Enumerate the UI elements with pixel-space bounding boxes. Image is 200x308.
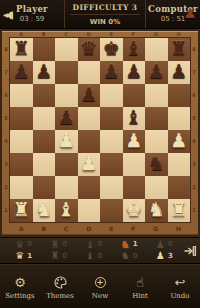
undo-button[interactable]: ↩ Undo: [160, 265, 200, 308]
square-g5[interactable]: [145, 107, 168, 130]
settings-button[interactable]: ⚙ Settings: [0, 265, 40, 308]
coord-label: 8: [192, 47, 195, 52]
piece-black-knight[interactable]: ♞: [145, 150, 168, 177]
pawn-icon: ♟: [156, 251, 165, 261]
square-h1[interactable]: ♜: [168, 199, 191, 222]
coord-label: 5: [192, 116, 195, 121]
captured-count: 0: [133, 253, 138, 260]
captured-count: 1: [27, 253, 32, 260]
coord-label: F: [131, 226, 135, 232]
undo-arrow-icon: ↩: [175, 275, 186, 290]
captured-slot-queen: ♛0: [6, 240, 41, 250]
square-b7[interactable]: ♟: [33, 61, 56, 84]
difficulty-label: DIFFICULTY 3: [73, 3, 138, 12]
piece-black-pawn[interactable]: ♟: [10, 58, 33, 85]
piece-black-pawn[interactable]: ♟: [33, 58, 56, 85]
coord-label: C: [64, 226, 68, 232]
square-a1[interactable]: ♜: [10, 199, 33, 222]
coord-label: 8: [4, 47, 7, 52]
square-g3[interactable]: ♞: [145, 153, 168, 176]
square-a6[interactable]: [10, 84, 33, 107]
captured-count: 3: [168, 253, 173, 260]
queen-icon: ♛: [15, 240, 24, 250]
square-c4[interactable]: ♟: [55, 130, 78, 153]
knight-icon: ♞: [121, 240, 130, 250]
gear-icon: ⚙: [14, 275, 26, 290]
captured-black-row: ♛0♜0♝0♞1♟0: [6, 239, 182, 250]
square-e6[interactable]: [100, 84, 123, 107]
square-h3[interactable]: [168, 153, 191, 176]
coord-label: E: [109, 226, 113, 232]
coord-label: 6: [192, 93, 195, 98]
captured-slot-rook: ♜0: [41, 240, 76, 250]
square-b5[interactable]: [33, 107, 56, 130]
piece-white-knight[interactable]: ♞: [145, 196, 168, 223]
captured-slot-pawn: ♟3: [147, 251, 182, 261]
square-e7[interactable]: ♟: [100, 61, 123, 84]
square-e3[interactable]: [100, 153, 123, 176]
square-b4[interactable]: [33, 130, 56, 153]
chess-board-frame: ABCDEFGH 87654321 87654321 ABCDEFGH ♜♛♚♝…: [0, 29, 200, 237]
square-c8[interactable]: [55, 38, 78, 61]
square-a4[interactable]: [10, 130, 33, 153]
new-game-icon: +: [95, 275, 106, 290]
square-e5[interactable]: [100, 107, 123, 130]
hint-label: Hint: [132, 293, 148, 300]
themes-label: Themes: [46, 293, 74, 300]
coord-label: 1: [192, 208, 195, 213]
coord-label: G: [153, 226, 158, 232]
square-h7[interactable]: ♟: [168, 61, 191, 84]
coord-label: A: [19, 226, 24, 232]
piece-black-pawn[interactable]: ♟: [100, 58, 123, 85]
square-h6[interactable]: [168, 84, 191, 107]
square-b6[interactable]: [33, 84, 56, 107]
piece-white-king[interactable]: ♚: [123, 196, 146, 223]
square-b3[interactable]: [33, 153, 56, 176]
standing-pawn-icon: ♟: [184, 7, 196, 20]
square-f4[interactable]: ♟: [123, 130, 146, 153]
coord-label: 2: [4, 185, 7, 190]
square-e1[interactable]: [100, 199, 123, 222]
captured-count: 0: [168, 241, 173, 248]
rank-labels-right: 87654321: [190, 38, 198, 222]
square-f3[interactable]: [123, 153, 146, 176]
pawn-icon: ♟: [156, 240, 165, 250]
captured-white-row: ♛1♜0♝0♞0♟3: [6, 251, 182, 262]
square-d3[interactable]: ♟: [78, 153, 101, 176]
square-a5[interactable]: [10, 107, 33, 130]
square-h4[interactable]: ♟: [168, 130, 191, 153]
computer-section: Computer 05 : 51 ♟: [146, 0, 200, 28]
settings-label: Settings: [5, 293, 34, 300]
bishop-icon: ♝: [86, 240, 95, 250]
captured-slot-rook: ♜0: [41, 251, 76, 261]
square-a7[interactable]: ♟: [10, 61, 33, 84]
coord-label: 7: [192, 70, 195, 75]
coord-label: 3: [192, 162, 195, 167]
captured-count: 0: [62, 253, 67, 260]
coord-label: 2: [192, 185, 195, 190]
captured-pieces-tray: ♛0♜0♝0♞1♟0 ♛1♜0♝0♞0♟3: [0, 237, 200, 264]
new-game-button[interactable]: + New: [80, 265, 120, 308]
coord-label: B: [41, 226, 46, 232]
coord-label: C: [64, 32, 68, 37]
divider: [70, 14, 140, 15]
piece-white-pawn[interactable]: ♟: [78, 150, 101, 177]
square-g1[interactable]: ♞: [145, 199, 168, 222]
rank-labels-left: 87654321: [2, 38, 10, 222]
square-c7[interactable]: [55, 61, 78, 84]
palette-icon: [54, 275, 67, 290]
captured-slot-bishop: ♝0: [76, 251, 111, 261]
difficulty-section: DIFFICULTY 3 WIN 0%: [64, 0, 146, 28]
square-c3[interactable]: [55, 153, 78, 176]
captured-count: 0: [27, 241, 32, 248]
piece-white-pawn[interactable]: ♟: [55, 127, 78, 154]
undo-label: Undo: [170, 293, 189, 300]
hint-hand-icon: ☝: [136, 275, 144, 290]
file-labels-bottom: ABCDEFGH: [10, 222, 190, 235]
player-label: Player: [16, 5, 48, 14]
piece-black-pawn[interactable]: ♟: [145, 58, 168, 85]
square-g6[interactable]: [145, 84, 168, 107]
coord-label: 1: [4, 208, 7, 213]
square-d6[interactable]: ♟: [78, 84, 101, 107]
coord-label: G: [154, 32, 158, 37]
captured-count: 0: [62, 241, 67, 248]
square-f1[interactable]: ♚: [123, 199, 146, 222]
queen-icon: ♛: [15, 251, 24, 261]
square-g7[interactable]: ♟: [145, 61, 168, 84]
square-a3[interactable]: [10, 153, 33, 176]
rook-icon: ♜: [50, 240, 59, 250]
new-label: New: [92, 293, 108, 300]
themes-button[interactable]: Themes: [40, 265, 80, 308]
piece-white-knight[interactable]: ♞: [33, 196, 56, 223]
coord-label: 4: [4, 139, 7, 144]
coord-label: 5: [4, 116, 7, 121]
knight-icon: ♞: [121, 251, 130, 261]
square-d2[interactable]: [78, 176, 101, 199]
square-c1[interactable]: ♝: [55, 199, 78, 222]
win-percent-label: WIN 0%: [90, 18, 121, 26]
computer-clock: 05 : 51: [161, 16, 186, 23]
chess-board: ♜♛♚♝♜♟♟♟♟♟♟♟♟♝♟♟♟♟♞♜♞♝♚♞♜: [10, 38, 190, 222]
coord-label: H: [176, 226, 181, 232]
fallen-pawn-icon: ♟: [2, 10, 15, 22]
player-section: ♟ Player 03 : 59: [0, 0, 64, 28]
piece-white-bishop[interactable]: ♝: [55, 196, 78, 223]
bishop-icon: ♝: [86, 251, 95, 261]
collapse-tray-icon[interactable]: [183, 244, 197, 258]
captured-slot-pawn: ♟0: [147, 240, 182, 250]
captured-slot-knight: ♞0: [112, 251, 147, 261]
piece-black-pawn[interactable]: ♟: [78, 81, 101, 108]
piece-white-pawn[interactable]: ♟: [168, 127, 191, 154]
square-e2[interactable]: [100, 176, 123, 199]
piece-black-queen[interactable]: ♛: [78, 35, 101, 62]
coord-label: B: [42, 32, 46, 37]
coord-label: 7: [4, 70, 7, 75]
piece-white-pawn[interactable]: ♟: [123, 127, 146, 154]
piece-white-rook[interactable]: ♜: [10, 196, 33, 223]
piece-white-rook[interactable]: ♜: [168, 196, 191, 223]
square-f7[interactable]: ♟: [123, 61, 146, 84]
hint-button[interactable]: ☝ Hint: [120, 265, 160, 308]
square-d8[interactable]: ♛: [78, 38, 101, 61]
top-status-bar: ♟ Player 03 : 59 DIFFICULTY 3 WIN 0% Com…: [0, 0, 200, 29]
captured-count: 1: [133, 241, 138, 248]
square-d5[interactable]: [78, 107, 101, 130]
captured-slot-queen: ♛1: [6, 251, 41, 261]
bottom-toolbar: ⚙ Settings Themes + New ☝ Hint ↩ Undo: [0, 264, 200, 308]
captured-count: 0: [98, 253, 103, 260]
square-e4[interactable]: [100, 130, 123, 153]
square-b1[interactable]: ♞: [33, 199, 56, 222]
coord-label: 3: [4, 162, 7, 167]
coord-label: D: [86, 226, 91, 232]
captured-count: 0: [98, 241, 103, 248]
captured-slot-knight: ♞1: [112, 240, 147, 250]
captured-slot-bishop: ♝0: [76, 240, 111, 250]
piece-black-pawn[interactable]: ♟: [123, 58, 146, 85]
piece-black-pawn[interactable]: ♟: [168, 58, 191, 85]
coord-label: 4: [192, 139, 195, 144]
square-d1[interactable]: [78, 199, 101, 222]
player-clock: 03 : 59: [20, 16, 45, 23]
rook-icon: ♜: [50, 251, 59, 261]
coord-label: 6: [4, 93, 7, 98]
